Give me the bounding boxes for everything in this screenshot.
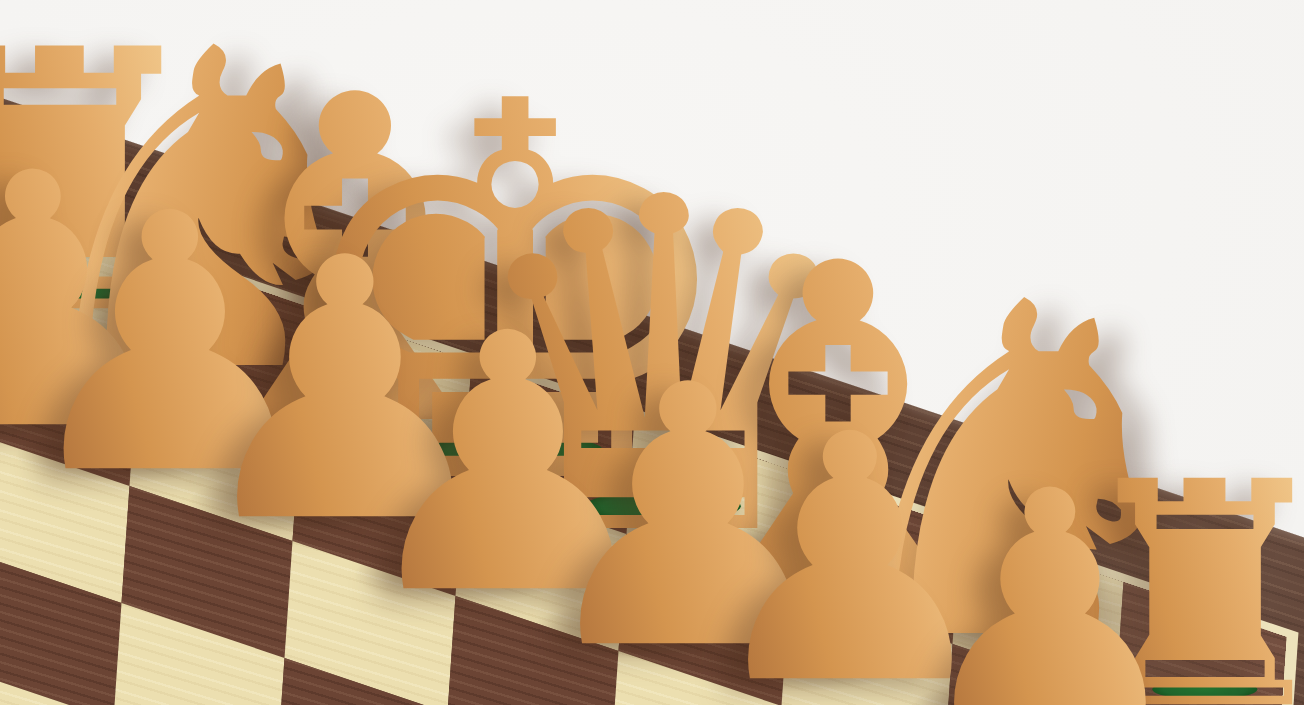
- pawn-glyph: ♟: [907, 449, 1194, 705]
- chess-set-photo: ♜ ♞ ♝ ♟ ♚ ♟ ♟ ♛ ♝ ♟: [0, 0, 1304, 705]
